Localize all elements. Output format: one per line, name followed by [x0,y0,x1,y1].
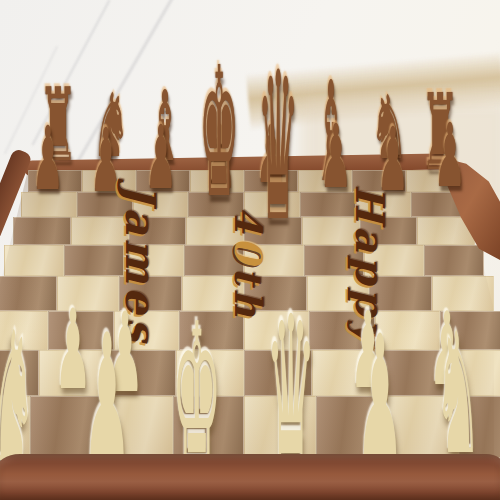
square-e5 [244,245,304,276]
square-f3 [309,311,374,350]
board-rank-5 [4,245,484,276]
wall-beige-streak [246,51,500,131]
square-b6 [71,217,129,245]
chessboard [0,170,494,458]
square-c8 [136,170,190,192]
square-e1 [244,396,316,458]
board-rank-1 [0,396,500,458]
square-f5 [304,245,364,276]
board-rank-2 [0,350,500,396]
square-h3 [440,311,500,350]
bronze-bishop-c8: ♝ [146,79,183,176]
square-g2 [381,350,449,396]
square-e8 [244,170,298,192]
square-d4 [182,276,245,311]
square-d2 [176,350,244,396]
square-c1 [101,396,173,458]
square-g7 [356,192,412,217]
square-b3 [48,311,113,350]
square-g6 [360,217,418,245]
square-d6 [186,217,244,245]
square-a2 [0,350,39,396]
square-a8 [28,170,82,192]
board-rank-6 [13,217,475,245]
board-rank-8 [28,170,460,192]
square-c3 [114,311,179,350]
bronze-knight-g8: ♞ [368,83,410,171]
square-a5 [4,245,64,276]
square-c4 [119,276,182,311]
square-g5 [364,245,424,276]
square-b7 [77,192,133,217]
square-b2 [39,350,107,396]
square-h2 [449,350,500,396]
square-d7 [188,192,244,217]
square-e4 [244,276,307,311]
square-h8 [406,170,460,192]
square-e3 [244,311,309,350]
square-c7 [133,192,189,217]
square-e7 [244,192,300,217]
cake-photo: James 40th Happy ♜♞♝♚♛♝♞♜♟♟♟♟♟♟♟♟♞♟♟♟♚♛♟… [0,0,500,500]
square-a7 [21,192,77,217]
board-rank-7 [21,192,467,217]
square-c2 [108,350,176,396]
square-h6 [417,217,475,245]
cake-rim-bottom [0,454,500,500]
square-d1 [173,396,245,458]
square-f8 [298,170,352,192]
square-a3 [0,311,48,350]
square-d5 [184,245,244,276]
square-h4 [432,276,495,311]
square-c6 [129,217,187,245]
square-g4 [369,276,432,311]
square-d3 [179,311,244,350]
square-a1 [0,396,30,458]
square-f7 [300,192,356,217]
square-g3 [375,311,440,350]
square-d8 [190,170,244,192]
square-f6 [302,217,360,245]
square-b4 [57,276,120,311]
square-f4 [307,276,370,311]
square-a4 [0,276,57,311]
square-c5 [124,245,184,276]
square-b8 [82,170,136,192]
board-rank-4 [0,276,494,311]
marble-vein [4,46,58,155]
square-g1 [387,396,459,458]
square-h1 [459,396,500,458]
board-rank-3 [0,311,500,350]
marble-vein [71,0,176,172]
square-g8 [352,170,406,192]
square-b5 [64,245,124,276]
square-f2 [312,350,380,396]
square-e2 [244,350,312,396]
square-b1 [30,396,102,458]
square-h5 [424,245,484,276]
square-f1 [316,396,388,458]
square-h7 [411,192,467,217]
square-e6 [244,217,302,245]
square-a6 [13,217,71,245]
